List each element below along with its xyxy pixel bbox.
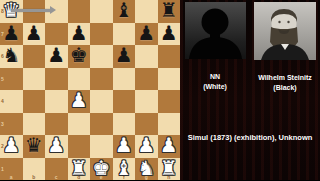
- white-king[interactable]: ♚: [92, 157, 110, 179]
- file-coordinate: a: [10, 175, 13, 180]
- square-c3[interactable]: [45, 113, 68, 136]
- square-h8[interactable]: ♜: [158, 0, 181, 23]
- square-g5[interactable]: [135, 68, 158, 91]
- square-g3[interactable]: [135, 113, 158, 136]
- white-pawn[interactable]: ♟: [115, 134, 133, 156]
- square-f8[interactable]: ♝: [113, 0, 136, 23]
- square-g7[interactable]: ♟: [135, 23, 158, 46]
- black-knight[interactable]: ♞: [2, 44, 20, 66]
- black-player-column: Wilhelm Steinitz (Black): [250, 2, 320, 92]
- square-f2[interactable]: ♟: [113, 135, 136, 158]
- white-bishop[interactable]: ♝: [115, 157, 133, 179]
- square-e8[interactable]: [90, 0, 113, 23]
- black-pawn[interactable]: ♟: [137, 22, 155, 44]
- video-thumbnail: 8♛♝♜7♟♟♟♟♟6♞♟♚♟54♟32♟♛♟♟♟♟1abcd♜e♚f♝g♞h♜: [0, 0, 320, 180]
- white-player-silhouette-image: [185, 2, 246, 59]
- square-h1[interactable]: h♜: [158, 158, 181, 181]
- square-d3[interactable]: [68, 113, 91, 136]
- rank-coordinate: 5: [1, 76, 4, 81]
- square-e1[interactable]: e♚: [90, 158, 113, 181]
- square-f4[interactable]: [113, 90, 136, 113]
- white-pawn[interactable]: ♟: [47, 134, 65, 156]
- square-c2[interactable]: ♟: [45, 135, 68, 158]
- square-h2[interactable]: ♟: [158, 135, 181, 158]
- square-d4[interactable]: ♟: [68, 90, 91, 113]
- event-caption: Simul (1873) (exhibition), Unknown: [180, 133, 320, 142]
- square-b6[interactable]: [23, 45, 46, 68]
- white-pawn[interactable]: ♟: [137, 134, 155, 156]
- black-pawn[interactable]: ♟: [2, 22, 20, 44]
- square-a6[interactable]: 6♞: [0, 45, 23, 68]
- square-g4[interactable]: [135, 90, 158, 113]
- square-a5[interactable]: 5: [0, 68, 23, 91]
- square-h7[interactable]: ♟: [158, 23, 181, 46]
- square-a8[interactable]: 8♛: [0, 0, 23, 23]
- white-rook[interactable]: ♜: [70, 157, 88, 179]
- square-a2[interactable]: 2♟: [0, 135, 23, 158]
- black-player-label: (Black): [273, 84, 296, 92]
- square-f3[interactable]: [113, 113, 136, 136]
- square-e3[interactable]: [90, 113, 113, 136]
- player-columns: NN (White): [180, 2, 320, 92]
- square-h3[interactable]: [158, 113, 181, 136]
- black-pawn[interactable]: ♟: [160, 22, 178, 44]
- black-pawn[interactable]: ♟: [25, 22, 43, 44]
- square-e6[interactable]: [90, 45, 113, 68]
- square-a1[interactable]: 1a: [0, 158, 23, 181]
- square-g2[interactable]: ♟: [135, 135, 158, 158]
- square-g8[interactable]: [135, 0, 158, 23]
- square-c5[interactable]: [45, 68, 68, 91]
- chess-board[interactable]: 8♛♝♜7♟♟♟♟♟6♞♟♚♟54♟32♟♛♟♟♟♟1abcd♜e♚f♝g♞h♜: [0, 0, 180, 180]
- square-f1[interactable]: f♝: [113, 158, 136, 181]
- rank-coordinate: 4: [1, 99, 4, 104]
- square-d7[interactable]: ♟: [68, 23, 91, 46]
- square-a3[interactable]: 3: [0, 113, 23, 136]
- square-b4[interactable]: [23, 90, 46, 113]
- square-d6[interactable]: ♚: [68, 45, 91, 68]
- black-bishop[interactable]: ♝: [115, 0, 133, 21]
- black-pawn[interactable]: ♟: [47, 44, 65, 66]
- square-f6[interactable]: ♟: [113, 45, 136, 68]
- black-king[interactable]: ♚: [70, 44, 88, 66]
- square-b3[interactable]: [23, 113, 46, 136]
- square-g1[interactable]: g♞: [135, 158, 158, 181]
- black-pawn[interactable]: ♟: [70, 22, 88, 44]
- file-coordinate: b: [32, 175, 35, 180]
- black-rook[interactable]: ♜: [160, 0, 178, 21]
- square-d1[interactable]: d♜: [68, 158, 91, 181]
- white-knight[interactable]: ♞: [137, 157, 155, 179]
- square-c6[interactable]: ♟: [45, 45, 68, 68]
- square-d5[interactable]: [68, 68, 91, 91]
- white-player-label: (White): [203, 83, 227, 91]
- white-rook[interactable]: ♜: [160, 157, 178, 179]
- white-pawn[interactable]: ♟: [2, 134, 20, 156]
- square-c4[interactable]: [45, 90, 68, 113]
- square-e7[interactable]: [90, 23, 113, 46]
- white-pawn[interactable]: ♟: [70, 89, 88, 111]
- square-c8[interactable]: [45, 0, 68, 23]
- file-coordinate: c: [55, 175, 58, 180]
- square-f5[interactable]: [113, 68, 136, 91]
- white-queen[interactable]: ♛: [2, 0, 20, 21]
- square-b5[interactable]: [23, 68, 46, 91]
- square-c1[interactable]: c: [45, 158, 68, 181]
- square-h6[interactable]: [158, 45, 181, 68]
- white-pawn[interactable]: ♟: [160, 134, 178, 156]
- square-h4[interactable]: [158, 90, 181, 113]
- square-d8[interactable]: [68, 0, 91, 23]
- square-e2[interactable]: [90, 135, 113, 158]
- white-player-name: NN: [210, 73, 220, 81]
- square-f7[interactable]: [113, 23, 136, 46]
- square-e4[interactable]: [90, 90, 113, 113]
- black-queen[interactable]: ♛: [25, 134, 43, 156]
- square-d2[interactable]: [68, 135, 91, 158]
- square-b7[interactable]: ♟: [23, 23, 46, 46]
- info-panel: NN (White): [180, 0, 320, 180]
- square-b8[interactable]: [23, 0, 46, 23]
- square-h5[interactable]: [158, 68, 181, 91]
- square-g6[interactable]: [135, 45, 158, 68]
- black-player-photo-image: [254, 2, 316, 60]
- black-player-name: Wilhelm Steinitz: [258, 74, 312, 82]
- square-a7[interactable]: 7♟: [0, 23, 23, 46]
- square-b1[interactable]: b: [23, 158, 46, 181]
- square-b2[interactable]: ♛: [23, 135, 46, 158]
- white-player-column: NN (White): [180, 2, 250, 92]
- square-e5[interactable]: [90, 68, 113, 91]
- rank-coordinate: 3: [1, 121, 4, 126]
- square-c7[interactable]: [45, 23, 68, 46]
- square-a4[interactable]: 4: [0, 90, 23, 113]
- rank-coordinate: 1: [1, 166, 4, 171]
- black-pawn[interactable]: ♟: [115, 44, 133, 66]
